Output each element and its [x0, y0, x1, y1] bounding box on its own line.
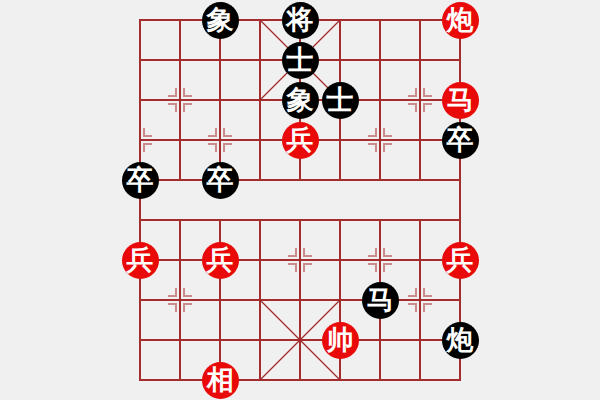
- black-soldier-glyph: 卒: [207, 166, 234, 193]
- red-soldier[interactable]: 兵: [442, 242, 479, 279]
- red-soldier-glyph: 兵: [207, 246, 234, 273]
- red-elephant-glyph: 相: [207, 366, 234, 393]
- red-soldier[interactable]: 兵: [282, 122, 319, 159]
- xiangqi-app: 象将炮士象士马兵卒卒卒兵兵兵马帅炮相: [0, 0, 600, 400]
- red-soldier-glyph: 兵: [287, 126, 314, 153]
- red-cannon[interactable]: 炮: [442, 2, 479, 39]
- black-soldier[interactable]: 卒: [442, 122, 479, 159]
- black-soldier[interactable]: 卒: [122, 162, 159, 199]
- red-elephant[interactable]: 相: [202, 362, 239, 399]
- black-horse-glyph: 马: [367, 286, 394, 313]
- red-king[interactable]: 帅: [322, 322, 359, 359]
- black-soldier-glyph: 卒: [127, 166, 154, 193]
- black-advisor-glyph: 士: [287, 46, 314, 73]
- black-soldier-glyph: 卒: [447, 126, 474, 153]
- black-advisor-glyph: 士: [327, 86, 354, 113]
- black-cannon[interactable]: 炮: [442, 322, 479, 359]
- black-elephant-glyph: 象: [207, 6, 234, 33]
- red-soldier[interactable]: 兵: [202, 242, 239, 279]
- red-cannon-glyph: 炮: [447, 6, 474, 33]
- black-advisor[interactable]: 士: [282, 42, 319, 79]
- red-soldier-glyph: 兵: [447, 246, 474, 273]
- red-horse[interactable]: 马: [442, 82, 479, 119]
- black-general-glyph: 将: [287, 6, 314, 33]
- black-elephant-glyph: 象: [287, 86, 314, 113]
- black-soldier[interactable]: 卒: [202, 162, 239, 199]
- red-horse-glyph: 马: [447, 86, 474, 113]
- black-advisor[interactable]: 士: [322, 82, 359, 119]
- black-general[interactable]: 将: [282, 2, 319, 39]
- black-elephant[interactable]: 象: [202, 2, 239, 39]
- red-soldier[interactable]: 兵: [122, 242, 159, 279]
- black-horse[interactable]: 马: [362, 282, 399, 319]
- red-soldier-glyph: 兵: [127, 246, 154, 273]
- red-king-glyph: 帅: [327, 326, 354, 353]
- black-elephant[interactable]: 象: [282, 82, 319, 119]
- pieces-layer: 象将炮士象士马兵卒卒卒兵兵兵马帅炮相: [120, 0, 480, 400]
- black-cannon-glyph: 炮: [447, 326, 474, 353]
